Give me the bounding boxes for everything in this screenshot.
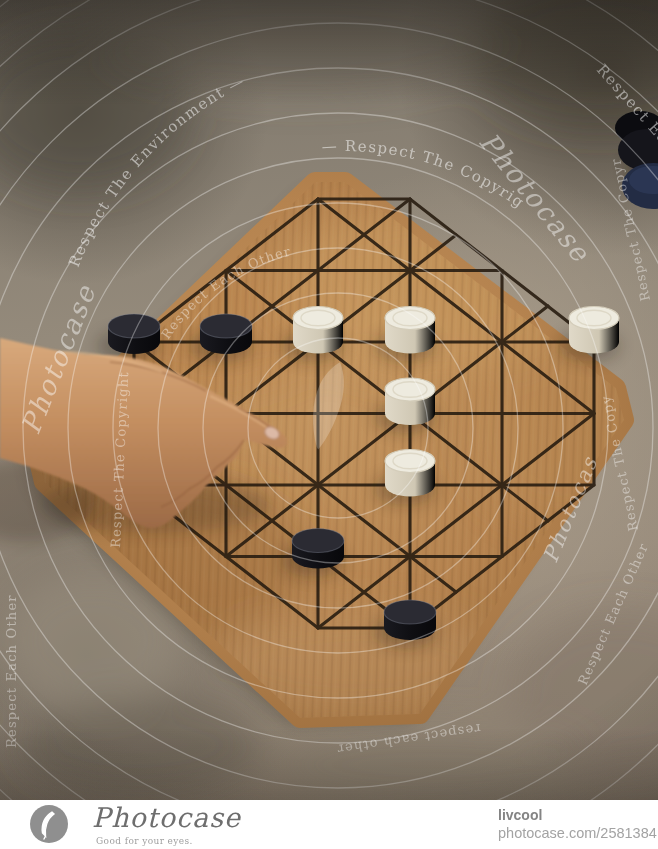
photographer-username[interactable]: livcool: [498, 807, 542, 823]
photo-board-game-overhead: Respect The Environment — — Respect The …: [0, 0, 658, 800]
photocase-stock-photo-page: Respect The Environment — — Respect The …: [0, 0, 658, 849]
photocase-logo-icon[interactable]: [30, 805, 68, 843]
scene-svg: Respect The Environment — — Respect The …: [0, 0, 658, 800]
watermark-script-text: Photocase: [473, 126, 597, 268]
photocase-footer-bar: Photocase Good for your eyes. livcool ph…: [0, 800, 658, 849]
brand-wordmark[interactable]: Photocase: [92, 802, 241, 833]
photo-url[interactable]: photocase.com/2581384: [498, 825, 657, 841]
feather-icon: [30, 805, 68, 843]
white-piece[interactable]: [558, 307, 620, 362]
black-piece[interactable]: [97, 314, 161, 362]
watermark-text: Respect Each Other: [4, 594, 19, 748]
brand-tagline: Good for your eyes.: [96, 836, 193, 846]
